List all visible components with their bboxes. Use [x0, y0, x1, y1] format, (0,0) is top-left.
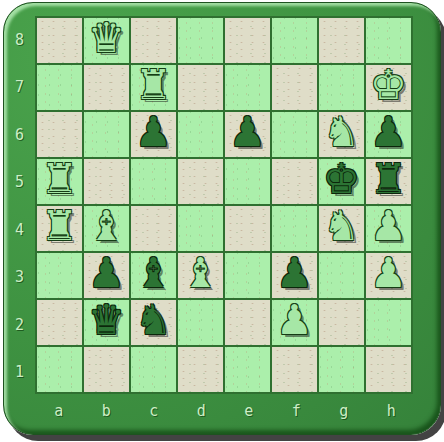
square-d6[interactable] [178, 112, 223, 157]
square-f7[interactable] [272, 65, 317, 110]
file-label-g: g [339, 402, 348, 420]
rank-label-6: 6 [15, 126, 24, 144]
file-label-c: c [149, 402, 158, 420]
dark-pawn-piece[interactable]: ♟ [276, 253, 313, 294]
square-f6[interactable] [272, 112, 317, 157]
square-e1[interactable] [225, 347, 270, 392]
dark-pawn-piece[interactable]: ♟ [229, 112, 266, 153]
square-h7[interactable]: ♚ [366, 65, 411, 110]
square-f3[interactable]: ♟ [272, 253, 317, 298]
file-label-f: f [292, 402, 301, 420]
rank-label-2: 2 [15, 316, 24, 334]
square-d7[interactable] [178, 65, 223, 110]
rank-label-5: 5 [15, 173, 24, 191]
file-label-a: a [54, 402, 63, 420]
light-knight-piece[interactable]: ♞ [323, 206, 360, 247]
square-d2[interactable] [178, 300, 223, 345]
rank-label-4: 4 [15, 221, 24, 239]
square-d1[interactable] [178, 347, 223, 392]
square-h6[interactable]: ♟ [366, 112, 411, 157]
light-bishop-piece[interactable]: ♝ [88, 206, 125, 247]
square-g6[interactable]: ♞ [319, 112, 364, 157]
light-king-piece[interactable]: ♚ [370, 65, 407, 106]
light-knight-piece[interactable]: ♞ [323, 112, 360, 153]
square-e6[interactable]: ♟ [225, 112, 270, 157]
square-b2[interactable]: ♛ [84, 300, 129, 345]
light-rook-piece[interactable]: ♜ [135, 65, 172, 106]
square-a7[interactable] [37, 65, 82, 110]
square-h8[interactable] [366, 18, 411, 63]
dark-knight-piece[interactable]: ♞ [135, 300, 172, 341]
square-c4[interactable] [131, 206, 176, 251]
rank-label-8: 8 [15, 31, 24, 49]
dark-queen-piece[interactable]: ♛ [88, 300, 125, 341]
square-a5[interactable]: ♜ [37, 159, 82, 204]
square-g5[interactable]: ♚ [319, 159, 364, 204]
square-d8[interactable] [178, 18, 223, 63]
square-a4[interactable]: ♜ [37, 206, 82, 251]
square-g4[interactable]: ♞ [319, 206, 364, 251]
square-e4[interactable] [225, 206, 270, 251]
square-g7[interactable] [319, 65, 364, 110]
file-label-h: h [387, 402, 396, 420]
square-h1[interactable] [366, 347, 411, 392]
square-b6[interactable] [84, 112, 129, 157]
dark-pawn-piece[interactable]: ♟ [370, 112, 407, 153]
dark-pawn-piece[interactable]: ♟ [135, 112, 172, 153]
square-c3[interactable]: ♝ [131, 253, 176, 298]
square-f5[interactable] [272, 159, 317, 204]
square-f2[interactable]: ♟ [272, 300, 317, 345]
light-pawn-piece[interactable]: ♟ [276, 300, 313, 341]
square-a1[interactable] [37, 347, 82, 392]
square-g3[interactable] [319, 253, 364, 298]
square-e5[interactable] [225, 159, 270, 204]
chess-app-window: 87654321 ♛♜♚♟♟♞♟♜♚♜♜♝♞♟♟♝♝♟♟♛♞♟ abcdefgh [0, 0, 444, 442]
square-f1[interactable] [272, 347, 317, 392]
dark-king-piece[interactable]: ♚ [323, 159, 360, 200]
square-h5[interactable]: ♜ [366, 159, 411, 204]
light-bishop-piece[interactable]: ♝ [182, 253, 219, 294]
square-g1[interactable] [319, 347, 364, 392]
square-b8[interactable]: ♛ [84, 18, 129, 63]
light-pawn-piece[interactable]: ♟ [370, 253, 407, 294]
square-b7[interactable] [84, 65, 129, 110]
square-c1[interactable] [131, 347, 176, 392]
square-c6[interactable]: ♟ [131, 112, 176, 157]
square-e8[interactable] [225, 18, 270, 63]
dark-rook-piece[interactable]: ♜ [370, 159, 407, 200]
rank-label-1: 1 [15, 363, 24, 381]
square-a2[interactable] [37, 300, 82, 345]
file-label-b: b [102, 402, 111, 420]
square-d5[interactable] [178, 159, 223, 204]
square-d3[interactable]: ♝ [178, 253, 223, 298]
square-c8[interactable] [131, 18, 176, 63]
square-b4[interactable]: ♝ [84, 206, 129, 251]
square-h3[interactable]: ♟ [366, 253, 411, 298]
square-e7[interactable] [225, 65, 270, 110]
square-b5[interactable] [84, 159, 129, 204]
square-b1[interactable] [84, 347, 129, 392]
light-pawn-piece[interactable]: ♟ [370, 206, 407, 247]
chess-board-frame: 87654321 ♛♜♚♟♟♞♟♜♚♜♜♝♞♟♟♝♝♟♟♛♞♟ abcdefgh [3, 2, 441, 435]
dark-bishop-piece[interactable]: ♝ [135, 253, 172, 294]
rank-labels: 87654321 [4, 16, 35, 396]
square-g8[interactable] [319, 18, 364, 63]
light-queen-piece[interactable]: ♛ [88, 18, 125, 59]
square-e2[interactable] [225, 300, 270, 345]
square-c5[interactable] [131, 159, 176, 204]
square-b3[interactable]: ♟ [84, 253, 129, 298]
square-d4[interactable] [178, 206, 223, 251]
square-g2[interactable] [319, 300, 364, 345]
chess-board[interactable]: ♛♜♚♟♟♞♟♜♚♜♜♝♞♟♟♝♝♟♟♛♞♟ [35, 16, 413, 394]
square-f4[interactable] [272, 206, 317, 251]
rank-label-7: 7 [15, 78, 24, 96]
square-a6[interactable] [37, 112, 82, 157]
square-h4[interactable]: ♟ [366, 206, 411, 251]
square-a8[interactable] [37, 18, 82, 63]
square-a3[interactable] [37, 253, 82, 298]
square-c2[interactable]: ♞ [131, 300, 176, 345]
square-f8[interactable] [272, 18, 317, 63]
dark-pawn-piece[interactable]: ♟ [88, 253, 125, 294]
light-rook-piece[interactable]: ♜ [41, 206, 78, 247]
file-label-d: d [197, 402, 206, 420]
rank-label-3: 3 [15, 268, 24, 286]
square-h2[interactable] [366, 300, 411, 345]
light-rook-piece[interactable]: ♜ [41, 159, 78, 200]
file-label-e: e [244, 402, 253, 420]
square-e3[interactable] [225, 253, 270, 298]
file-labels: abcdefgh [35, 397, 415, 425]
square-c7[interactable]: ♜ [131, 65, 176, 110]
